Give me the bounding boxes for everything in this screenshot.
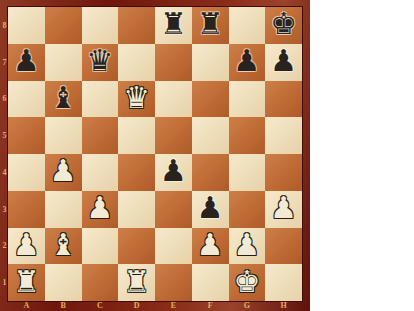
piece-white-king-g1[interactable]: ♚ bbox=[233, 267, 260, 297]
file-label-e: E bbox=[155, 300, 192, 311]
piece-black-pawn-g7[interactable]: ♟ bbox=[233, 46, 260, 76]
square-g2[interactable]: ♟ bbox=[229, 228, 266, 265]
square-a8[interactable] bbox=[8, 7, 45, 44]
file-label-c: C bbox=[82, 300, 119, 311]
piece-white-pawn-f2[interactable]: ♟ bbox=[197, 230, 224, 260]
file-label-a: A bbox=[8, 300, 45, 311]
square-c3[interactable]: ♟ bbox=[82, 191, 119, 228]
square-h3[interactable]: ♟ bbox=[265, 191, 302, 228]
rank-label-4: 4 bbox=[0, 154, 9, 191]
square-a6[interactable] bbox=[8, 81, 45, 118]
square-c5[interactable] bbox=[82, 117, 119, 154]
square-b1[interactable] bbox=[45, 264, 82, 301]
square-b7[interactable] bbox=[45, 44, 82, 81]
square-e5[interactable] bbox=[155, 117, 192, 154]
square-b4[interactable]: ♟ bbox=[45, 154, 82, 191]
square-d3[interactable] bbox=[118, 191, 155, 228]
rank-label-2: 2 bbox=[0, 228, 9, 265]
rank-label-8: 8 bbox=[0, 7, 9, 44]
rank-label-6: 6 bbox=[0, 81, 9, 118]
square-e2[interactable] bbox=[155, 228, 192, 265]
square-f2[interactable]: ♟ bbox=[192, 228, 229, 265]
square-e4[interactable]: ♟ bbox=[155, 154, 192, 191]
square-g7[interactable]: ♟ bbox=[229, 44, 266, 81]
piece-black-pawn-h7[interactable]: ♟ bbox=[270, 46, 297, 76]
square-d5[interactable] bbox=[118, 117, 155, 154]
piece-black-rook-f8[interactable]: ♜ bbox=[197, 9, 224, 39]
square-d6[interactable]: ♛ bbox=[118, 81, 155, 118]
square-a1[interactable]: ♜ bbox=[8, 264, 45, 301]
square-a5[interactable] bbox=[8, 117, 45, 154]
chess-board: ♜♜♚♟♛♟♟♝♛♟♟♟♟♟♟♝♟♟♜♜♚ 87654321 ABCDEFGH bbox=[0, 0, 310, 311]
square-e6[interactable] bbox=[155, 81, 192, 118]
piece-black-pawn-a7[interactable]: ♟ bbox=[13, 46, 40, 76]
square-h2[interactable] bbox=[265, 228, 302, 265]
square-c2[interactable] bbox=[82, 228, 119, 265]
piece-white-bishop-b2[interactable]: ♝ bbox=[50, 230, 77, 260]
square-a7[interactable]: ♟ bbox=[8, 44, 45, 81]
square-f1[interactable] bbox=[192, 264, 229, 301]
piece-black-queen-c7[interactable]: ♛ bbox=[86, 46, 113, 76]
file-label-d: D bbox=[118, 300, 155, 311]
square-d2[interactable] bbox=[118, 228, 155, 265]
square-f8[interactable]: ♜ bbox=[192, 7, 229, 44]
square-b2[interactable]: ♝ bbox=[45, 228, 82, 265]
square-e7[interactable] bbox=[155, 44, 192, 81]
rank-label-7: 7 bbox=[0, 44, 9, 81]
square-d1[interactable]: ♜ bbox=[118, 264, 155, 301]
square-h7[interactable]: ♟ bbox=[265, 44, 302, 81]
square-g3[interactable] bbox=[229, 191, 266, 228]
board-grid: ♜♜♚♟♛♟♟♝♛♟♟♟♟♟♟♝♟♟♜♜♚ bbox=[8, 7, 302, 301]
square-c4[interactable] bbox=[82, 154, 119, 191]
square-d8[interactable] bbox=[118, 7, 155, 44]
square-f7[interactable] bbox=[192, 44, 229, 81]
file-label-f: F bbox=[192, 300, 229, 311]
square-a2[interactable]: ♟ bbox=[8, 228, 45, 265]
piece-white-pawn-a2[interactable]: ♟ bbox=[13, 230, 40, 260]
rank-label-1: 1 bbox=[0, 264, 9, 301]
square-b8[interactable] bbox=[45, 7, 82, 44]
file-label-h: H bbox=[265, 300, 302, 311]
piece-white-pawn-h3[interactable]: ♟ bbox=[270, 193, 297, 223]
piece-white-rook-a1[interactable]: ♜ bbox=[13, 267, 40, 297]
square-c8[interactable] bbox=[82, 7, 119, 44]
piece-black-king-h8[interactable]: ♚ bbox=[270, 9, 297, 39]
square-h8[interactable]: ♚ bbox=[265, 7, 302, 44]
square-h1[interactable] bbox=[265, 264, 302, 301]
square-e8[interactable]: ♜ bbox=[155, 7, 192, 44]
square-g5[interactable] bbox=[229, 117, 266, 154]
piece-white-rook-d1[interactable]: ♜ bbox=[123, 267, 150, 297]
square-f3[interactable]: ♟ bbox=[192, 191, 229, 228]
piece-white-pawn-b4[interactable]: ♟ bbox=[50, 156, 77, 186]
file-label-b: B bbox=[45, 300, 82, 311]
square-g6[interactable] bbox=[229, 81, 266, 118]
square-f4[interactable] bbox=[192, 154, 229, 191]
square-a4[interactable] bbox=[8, 154, 45, 191]
square-b5[interactable] bbox=[45, 117, 82, 154]
piece-black-bishop-b6[interactable]: ♝ bbox=[50, 83, 77, 113]
square-d7[interactable] bbox=[118, 44, 155, 81]
square-h5[interactable] bbox=[265, 117, 302, 154]
square-g1[interactable]: ♚ bbox=[229, 264, 266, 301]
piece-white-pawn-c3[interactable]: ♟ bbox=[86, 193, 113, 223]
square-c1[interactable] bbox=[82, 264, 119, 301]
square-f5[interactable] bbox=[192, 117, 229, 154]
piece-white-queen-d6[interactable]: ♛ bbox=[123, 83, 150, 113]
rank-label-3: 3 bbox=[0, 191, 9, 228]
square-e3[interactable] bbox=[155, 191, 192, 228]
square-c6[interactable] bbox=[82, 81, 119, 118]
square-g8[interactable] bbox=[229, 7, 266, 44]
square-g4[interactable] bbox=[229, 154, 266, 191]
screenshot-canvas: ♜♜♚♟♛♟♟♝♛♟♟♟♟♟♟♝♟♟♜♜♚ 87654321 ABCDEFGH bbox=[0, 0, 414, 311]
piece-black-rook-e8[interactable]: ♜ bbox=[160, 9, 187, 39]
square-h4[interactable] bbox=[265, 154, 302, 191]
square-f6[interactable] bbox=[192, 81, 229, 118]
piece-black-pawn-e4[interactable]: ♟ bbox=[160, 156, 187, 186]
file-label-g: G bbox=[229, 300, 266, 311]
square-h6[interactable] bbox=[265, 81, 302, 118]
square-b3[interactable] bbox=[45, 191, 82, 228]
square-e1[interactable] bbox=[155, 264, 192, 301]
square-b6[interactable]: ♝ bbox=[45, 81, 82, 118]
square-a3[interactable] bbox=[8, 191, 45, 228]
square-c7[interactable]: ♛ bbox=[82, 44, 119, 81]
piece-white-pawn-g2[interactable]: ♟ bbox=[233, 230, 260, 260]
piece-black-pawn-f3[interactable]: ♟ bbox=[197, 193, 224, 223]
square-d4[interactable] bbox=[118, 154, 155, 191]
rank-label-5: 5 bbox=[0, 117, 9, 154]
